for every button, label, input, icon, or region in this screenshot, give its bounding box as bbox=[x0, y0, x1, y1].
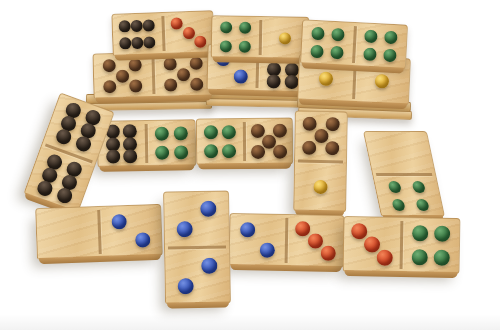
pip-brown bbox=[116, 69, 129, 82]
pip-red bbox=[364, 236, 380, 252]
pip-green bbox=[174, 146, 188, 160]
pip-blue bbox=[176, 221, 192, 237]
pip-green bbox=[331, 27, 345, 41]
pip-brown bbox=[190, 57, 203, 70]
pip-green bbox=[222, 125, 236, 139]
pip-red bbox=[194, 36, 206, 48]
pip-green bbox=[155, 126, 169, 140]
pip-brown bbox=[302, 117, 316, 131]
dominoes-scene bbox=[0, 0, 500, 330]
pip-green bbox=[220, 40, 232, 52]
domino-half bbox=[373, 176, 444, 217]
domino-tile-stack3-top[interactable] bbox=[300, 19, 408, 69]
pip-black bbox=[284, 74, 298, 88]
pip-yellow bbox=[279, 32, 291, 44]
pip-yellow bbox=[318, 71, 333, 86]
pip-black bbox=[123, 149, 137, 163]
domino-tile-mid-4[interactable] bbox=[293, 111, 348, 213]
domino-half bbox=[36, 207, 98, 259]
pip-black bbox=[131, 20, 143, 32]
pip-black bbox=[119, 37, 131, 49]
pip-brown bbox=[251, 145, 265, 159]
domino-half bbox=[364, 132, 435, 173]
pip-green bbox=[434, 226, 450, 242]
pip-blue bbox=[240, 222, 255, 237]
pip-green bbox=[222, 144, 236, 158]
domino-tile-mid-3[interactable] bbox=[196, 118, 293, 166]
pip-green bbox=[434, 249, 450, 265]
pip-brown bbox=[190, 78, 203, 91]
domino-half bbox=[246, 119, 292, 164]
pip-blue bbox=[200, 200, 216, 216]
pip-green bbox=[174, 126, 188, 140]
pip-green bbox=[411, 249, 427, 265]
pip-brown bbox=[163, 57, 176, 70]
domino-half bbox=[212, 16, 259, 58]
domino-half bbox=[197, 119, 243, 164]
domino-tile-bot-1[interactable] bbox=[35, 204, 163, 260]
pip-green bbox=[416, 199, 431, 211]
pip-green bbox=[204, 125, 218, 139]
pip-black bbox=[119, 20, 131, 32]
domino-half bbox=[403, 218, 460, 273]
pip-green bbox=[310, 45, 324, 59]
pip-red bbox=[377, 250, 393, 266]
pip-brown bbox=[326, 118, 340, 132]
pip-brown bbox=[103, 59, 116, 72]
domino-half bbox=[288, 215, 344, 267]
pip-brown bbox=[273, 145, 287, 159]
pip-red bbox=[171, 17, 183, 29]
pip-green bbox=[391, 199, 406, 211]
pip-brown bbox=[129, 58, 142, 71]
pip-blue bbox=[135, 232, 151, 248]
domino-half bbox=[164, 191, 229, 246]
domino-tile-mid-2[interactable] bbox=[97, 119, 197, 168]
pip-brown bbox=[302, 140, 316, 154]
domino-tile-mid-5[interactable] bbox=[363, 131, 445, 217]
pip-red bbox=[321, 246, 336, 261]
domino-half bbox=[164, 11, 214, 54]
pip-black bbox=[106, 149, 120, 163]
pip-green bbox=[155, 146, 169, 160]
pip-green bbox=[364, 29, 378, 43]
pip-blue bbox=[234, 69, 248, 83]
pip-brown bbox=[103, 80, 116, 93]
domino-tile-stack1-top[interactable] bbox=[111, 10, 214, 57]
domino-half bbox=[301, 20, 354, 66]
pip-green bbox=[412, 225, 428, 241]
domino-tile-bot-3[interactable] bbox=[229, 213, 345, 268]
pip-red bbox=[351, 223, 367, 239]
domino-half bbox=[100, 205, 162, 257]
pip-yellow bbox=[375, 73, 390, 88]
domino-tile-bot-2[interactable] bbox=[163, 190, 231, 304]
table-surface-shadow bbox=[0, 314, 500, 330]
domino-half bbox=[148, 120, 196, 166]
pip-blue bbox=[201, 257, 217, 273]
pip-blue bbox=[111, 214, 127, 230]
pip-green bbox=[330, 46, 344, 60]
pip-black bbox=[267, 74, 281, 88]
pip-green bbox=[239, 22, 251, 34]
pip-green bbox=[383, 49, 397, 63]
domino-half bbox=[165, 248, 230, 303]
pip-brown bbox=[251, 124, 265, 138]
pip-green bbox=[238, 40, 250, 52]
domino-half bbox=[354, 23, 407, 69]
pip-green bbox=[204, 145, 218, 159]
pip-green bbox=[363, 48, 377, 62]
pip-green bbox=[220, 22, 232, 34]
pip-red bbox=[183, 26, 195, 38]
pip-red bbox=[295, 221, 310, 236]
pip-yellow bbox=[313, 180, 327, 194]
pip-black bbox=[143, 36, 155, 48]
domino-half bbox=[230, 214, 286, 266]
pip-blue bbox=[260, 242, 275, 257]
pip-brown bbox=[177, 68, 190, 81]
domino-half bbox=[295, 112, 347, 161]
pip-black bbox=[131, 37, 143, 49]
pip-brown bbox=[130, 79, 143, 92]
pip-green bbox=[412, 181, 427, 193]
domino-half bbox=[112, 13, 162, 56]
domino-tile-bot-4[interactable] bbox=[343, 216, 461, 274]
pip-green bbox=[311, 26, 325, 40]
domino-half bbox=[294, 163, 346, 212]
domino-tile-stack2-top[interactable] bbox=[211, 15, 310, 60]
pip-brown bbox=[272, 123, 286, 137]
pip-red bbox=[308, 233, 323, 248]
pip-brown bbox=[325, 141, 339, 155]
pip-brown bbox=[314, 129, 328, 143]
pip-green bbox=[384, 30, 398, 44]
pip-blue bbox=[177, 278, 193, 294]
pip-green bbox=[387, 181, 402, 193]
stack-edge-layer bbox=[206, 98, 311, 108]
domino-half bbox=[344, 217, 401, 272]
pip-black bbox=[143, 19, 155, 31]
pip-brown bbox=[164, 78, 177, 91]
